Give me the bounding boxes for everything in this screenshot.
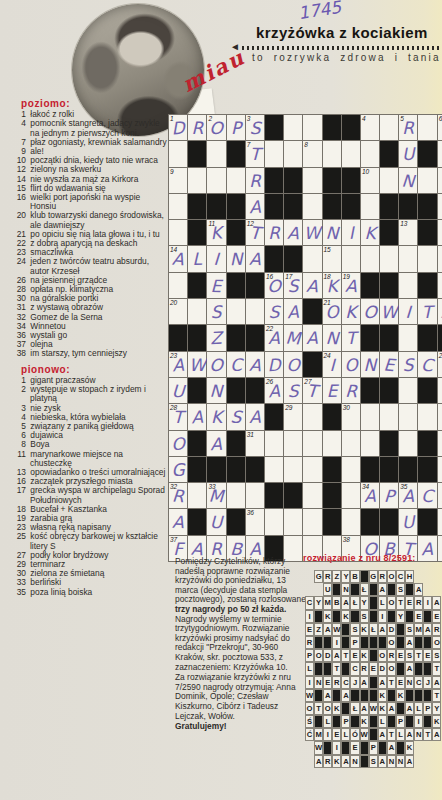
grid-cell[interactable] bbox=[438, 141, 442, 166]
grid-cell[interactable] bbox=[265, 457, 283, 482]
solution-cell: A bbox=[378, 583, 387, 596]
grid-cell[interactable]: P bbox=[380, 483, 398, 508]
handwritten-letter: D bbox=[265, 353, 284, 376]
grid-cell[interactable] bbox=[284, 457, 302, 482]
grid-cell[interactable] bbox=[265, 509, 283, 534]
solution-cell: K bbox=[360, 715, 369, 728]
grid-cell[interactable] bbox=[418, 168, 436, 193]
grid-cell[interactable]: U bbox=[169, 378, 187, 403]
down-clue-35: 35 poza linią boiska bbox=[13, 588, 167, 597]
grid-cell[interactable]: A bbox=[246, 194, 264, 219]
grid-cell[interactable]: A bbox=[246, 246, 264, 271]
grid-cell[interactable]: J bbox=[438, 431, 442, 456]
grid-cell[interactable]: 26A bbox=[265, 378, 283, 403]
cell-number: 12 bbox=[247, 220, 254, 227]
grid-cell-black bbox=[207, 194, 225, 219]
grid-cell[interactable]: 1D bbox=[169, 115, 187, 140]
grid-cell[interactable]: L bbox=[188, 246, 206, 271]
grid-cell[interactable]: 3S bbox=[246, 115, 264, 140]
grid-cell[interactable]: O bbox=[284, 352, 302, 377]
across-clue-24: 24 jeden z twórców teatru absurdu, autor… bbox=[13, 257, 167, 275]
grid-cell[interactable]: 2O bbox=[207, 115, 225, 140]
grid-cell[interactable]: W bbox=[303, 220, 321, 245]
grid-cell[interactable]: 30 bbox=[342, 404, 360, 429]
solution-cell: K bbox=[405, 741, 414, 754]
solution-cell-empty bbox=[432, 741, 441, 754]
grid-cell-black bbox=[418, 220, 436, 245]
handwritten-letter: A bbox=[303, 274, 322, 297]
grid-cell[interactable]: Z bbox=[438, 483, 442, 508]
solution-cell-empty bbox=[432, 570, 441, 583]
grid-cell[interactable] bbox=[303, 194, 321, 219]
cell-number: 27 bbox=[304, 378, 311, 385]
grid-cell[interactable] bbox=[227, 299, 245, 324]
handwritten-letter: K bbox=[207, 406, 225, 428]
solution-cell-black bbox=[396, 662, 405, 675]
grid-cell-black bbox=[227, 325, 245, 350]
solution-cell: S bbox=[405, 649, 414, 662]
solution-cell: K bbox=[360, 623, 369, 636]
grid-cell[interactable]: R bbox=[246, 168, 264, 193]
grid-cell[interactable] bbox=[380, 115, 398, 140]
solution-cell-empty bbox=[423, 755, 432, 768]
grid-cell-black bbox=[188, 431, 206, 456]
grid-cell[interactable] bbox=[303, 115, 321, 140]
grid-cell[interactable]: I bbox=[399, 299, 417, 324]
grid-cell[interactable] bbox=[284, 509, 302, 534]
grid-cell[interactable]: A bbox=[188, 404, 206, 429]
clue-number: 11 bbox=[13, 450, 26, 459]
grid-cell[interactable] bbox=[438, 246, 442, 271]
grid-cell[interactable]: O bbox=[342, 352, 360, 377]
solution-cell: T bbox=[432, 689, 441, 702]
handwritten-letter: S bbox=[284, 380, 302, 402]
grid-cell[interactable] bbox=[169, 220, 187, 245]
solution-cell-black bbox=[369, 636, 378, 649]
down-clue-17: 17 grecka wyspa w archipelagu Sporad Poł… bbox=[13, 486, 167, 504]
grid-cell-black bbox=[342, 168, 360, 193]
grid-cell[interactable] bbox=[303, 404, 321, 429]
grid-cell[interactable] bbox=[342, 509, 360, 534]
solution-cell: A bbox=[378, 755, 387, 768]
grid-cell[interactable]: 17S bbox=[284, 273, 302, 298]
grid-cell[interactable] bbox=[303, 431, 321, 456]
grid-cell[interactable] bbox=[380, 168, 398, 193]
solution-cell: M bbox=[323, 596, 332, 609]
solution-cell: T bbox=[423, 728, 432, 741]
grid-cell[interactable]: G bbox=[169, 457, 187, 482]
grid-cell-black bbox=[284, 194, 302, 219]
solution-cell: O bbox=[387, 636, 396, 649]
solution-cell-black bbox=[387, 689, 396, 702]
grid-cell[interactable] bbox=[399, 273, 417, 298]
grid-cell[interactable]: 4 bbox=[361, 115, 379, 140]
grid-cell[interactable] bbox=[361, 141, 379, 166]
handwritten-letter: C bbox=[418, 485, 437, 508]
grid-cell[interactable]: C bbox=[227, 352, 245, 377]
grid-cell-black bbox=[380, 141, 398, 166]
grid-cell[interactable]: U bbox=[207, 509, 225, 534]
grid-cell[interactable] bbox=[438, 273, 442, 298]
handwritten-letter: C bbox=[418, 353, 437, 376]
solution-cell-black bbox=[360, 755, 369, 768]
solution-cell: A bbox=[405, 636, 414, 649]
grid-cell[interactable]: E bbox=[380, 352, 398, 377]
solution-cell: E bbox=[369, 662, 378, 675]
grid-cell[interactable] bbox=[438, 168, 442, 193]
grid-cell[interactable] bbox=[399, 431, 417, 456]
grid-cell[interactable]: C bbox=[418, 483, 436, 508]
handwritten-letter: K bbox=[342, 301, 360, 323]
solution-cell: Y bbox=[360, 596, 369, 609]
grid-cell[interactable]: S bbox=[284, 378, 302, 403]
solution-cell: L bbox=[305, 662, 314, 675]
handwritten-letter: O bbox=[207, 353, 227, 376]
down-clue-2: 2 występuje w stopach z irydem i platyną bbox=[13, 385, 167, 403]
grid-cell[interactable]: Y bbox=[438, 509, 442, 534]
solution-cell: I bbox=[332, 741, 341, 754]
handwritten-letter: P bbox=[226, 117, 245, 139]
solution-cell: T bbox=[387, 676, 396, 689]
grid-cell[interactable]: A bbox=[207, 431, 225, 456]
grid-cell[interactable]: 24I bbox=[323, 352, 341, 377]
grid-cell[interactable] bbox=[303, 509, 321, 534]
grid-cell[interactable]: P bbox=[227, 115, 245, 140]
solution-cell: K bbox=[378, 702, 387, 715]
grid-cell[interactable]: W bbox=[380, 299, 398, 324]
grid-cell[interactable] bbox=[399, 378, 417, 403]
solution-cell-black bbox=[350, 689, 359, 702]
grid-cell[interactable]: 22A bbox=[265, 325, 283, 350]
solution-cell: S bbox=[360, 610, 369, 623]
grid-cell[interactable] bbox=[207, 141, 225, 166]
handwritten-letter: M bbox=[283, 327, 303, 350]
grid-cell[interactable] bbox=[303, 483, 321, 508]
grid-cell[interactable]: 13 bbox=[399, 220, 417, 245]
grid-cell-black bbox=[323, 194, 341, 219]
grid-cell-black bbox=[380, 378, 398, 403]
grid-cell-black bbox=[323, 404, 341, 429]
solution-cell: O bbox=[387, 570, 396, 583]
grid-cell[interactable] bbox=[169, 141, 187, 166]
solution-cell: Y bbox=[432, 702, 441, 715]
grid-cell[interactable]: 31 bbox=[246, 431, 264, 456]
grid-cell-black bbox=[246, 378, 264, 403]
grid-cell[interactable]: 32R bbox=[169, 483, 187, 508]
solution-cell-black bbox=[378, 741, 387, 754]
grid-cell[interactable]: 27T bbox=[303, 378, 321, 403]
cell-number: 5 bbox=[400, 115, 404, 122]
grid-cell[interactable]: 16O bbox=[265, 273, 283, 298]
grid-cell[interactable]: 35A bbox=[399, 483, 417, 508]
cell-number: 35 bbox=[400, 483, 407, 490]
solution-cell: W bbox=[332, 623, 341, 636]
grid-cell[interactable]: T bbox=[342, 325, 360, 350]
grid-cell[interactable] bbox=[169, 194, 187, 219]
grid-cell[interactable]: A bbox=[246, 352, 264, 377]
solution-cell-black bbox=[387, 610, 396, 623]
congratulations-text: Gratulujemy! bbox=[175, 722, 308, 732]
handwritten-letter: N bbox=[226, 248, 245, 271]
across-clue-4: 4 pomocnik stangreta, jadący zwykle na j… bbox=[13, 119, 167, 137]
solution-grid: GRZYBGROCHUNŁASACYMBAŁYLOTERIAIKKSIYEEEZ… bbox=[305, 570, 441, 768]
grid-cell[interactable] bbox=[188, 299, 206, 324]
solution-cell: C bbox=[350, 662, 359, 675]
handwritten-letter: R bbox=[265, 222, 284, 244]
solution-cell: O bbox=[387, 662, 396, 675]
grid-cell[interactable] bbox=[342, 246, 360, 271]
grid-cell[interactable] bbox=[342, 483, 360, 508]
grid-cell[interactable]: 15 bbox=[323, 246, 341, 271]
grid-cell[interactable]: A bbox=[284, 299, 302, 324]
grid-cell[interactable] bbox=[188, 168, 206, 193]
grid-cell[interactable] bbox=[227, 483, 245, 508]
grid-cell[interactable] bbox=[246, 299, 264, 324]
grid-cell[interactable]: 29 bbox=[284, 404, 302, 429]
solution-cell: P bbox=[341, 715, 350, 728]
prize-text-winners: Za rozwiązanie krzyżówki z nru 7/2590 na… bbox=[175, 673, 308, 721]
grid-cell[interactable] bbox=[227, 168, 245, 193]
grid-cell[interactable] bbox=[380, 246, 398, 271]
grid-cell[interactable] bbox=[438, 220, 442, 245]
grid-cell[interactable] bbox=[418, 115, 436, 140]
solution-cell: P bbox=[423, 702, 432, 715]
grid-cell[interactable]: O bbox=[207, 352, 225, 377]
grid-cell[interactable] bbox=[284, 141, 302, 166]
grid-cell[interactable] bbox=[303, 246, 321, 271]
grid-cell-black bbox=[265, 194, 283, 219]
grid-cell[interactable] bbox=[188, 483, 206, 508]
grid-cell[interactable]: K bbox=[342, 299, 360, 324]
grid-cell[interactable] bbox=[342, 431, 360, 456]
handwritten-letter: U bbox=[399, 511, 419, 534]
solution-cell: E bbox=[350, 741, 359, 754]
grid-cell[interactable]: N bbox=[323, 325, 341, 350]
grid-cell[interactable] bbox=[265, 431, 283, 456]
grid-cell[interactable] bbox=[323, 431, 341, 456]
grid-cell-black bbox=[227, 509, 245, 534]
grid-cell[interactable] bbox=[207, 168, 225, 193]
grid-cell-black bbox=[323, 483, 341, 508]
grid-cell[interactable]: 14A bbox=[169, 246, 187, 271]
dotted-divider bbox=[242, 46, 440, 50]
solution-cell-black bbox=[369, 610, 378, 623]
solution-cell: Ł bbox=[360, 583, 369, 596]
solution-cell-black bbox=[314, 662, 323, 675]
grid-cell-black bbox=[188, 194, 206, 219]
grid-cell[interactable]: K bbox=[361, 220, 379, 245]
solution-cell-black bbox=[314, 610, 323, 623]
grid-cell-black bbox=[323, 457, 341, 482]
grid-cell[interactable]: E bbox=[323, 378, 341, 403]
solution-cell: A bbox=[414, 583, 423, 596]
grid-cell[interactable]: 28T bbox=[169, 404, 187, 429]
handwritten-issue-number: 1745 bbox=[297, 0, 343, 23]
grid-cell[interactable] bbox=[399, 246, 417, 271]
grid-cell[interactable]: D bbox=[265, 352, 283, 377]
grid-cell-black bbox=[265, 483, 283, 508]
grid-cell[interactable]: R bbox=[188, 115, 206, 140]
solution-cell: D bbox=[387, 623, 396, 636]
grid-cell[interactable]: 8 bbox=[303, 141, 321, 166]
grid-cell[interactable]: A bbox=[169, 509, 187, 534]
grid-cell[interactable]: 34A bbox=[361, 483, 379, 508]
grid-cell[interactable]: N bbox=[227, 246, 245, 271]
grid-cell[interactable] bbox=[303, 457, 321, 482]
grid-cell[interactable] bbox=[246, 483, 264, 508]
handwritten-letter: A bbox=[169, 511, 188, 534]
handwritten-letter: J bbox=[437, 432, 442, 454]
cell-number: 18 bbox=[324, 273, 331, 280]
grid-cell[interactable]: I bbox=[207, 246, 225, 271]
grid-cell-black bbox=[380, 220, 398, 245]
grid-cell[interactable] bbox=[284, 431, 302, 456]
grid-cell-black bbox=[361, 457, 379, 482]
grid-cell[interactable] bbox=[361, 404, 379, 429]
grid-cell[interactable]: 20 bbox=[169, 299, 187, 324]
cell-number: 21 bbox=[324, 299, 331, 306]
grid-cell[interactable]: E bbox=[207, 273, 225, 298]
grid-cell[interactable]: 12T bbox=[246, 220, 264, 245]
grid-cell[interactable]: 25O bbox=[438, 352, 442, 377]
grid-cell[interactable]: 9 bbox=[169, 168, 187, 193]
grid-cell[interactable] bbox=[265, 141, 283, 166]
solution-cell: N bbox=[414, 728, 423, 741]
grid-cell[interactable]: A bbox=[303, 325, 321, 350]
solution-cell-black bbox=[332, 610, 341, 623]
grid-cell[interactable]: 11K bbox=[207, 220, 225, 245]
grid-cell[interactable]: C bbox=[438, 457, 442, 482]
grid-cell[interactable] bbox=[399, 325, 417, 350]
page-title: krzyżówka z kociakiem bbox=[256, 24, 440, 41]
crossword-grid: 1DR2OP3S45R67T8U9R10NA11K12TRAWNIK1314AL… bbox=[168, 114, 442, 562]
grid-cell[interactable]: N bbox=[399, 168, 417, 193]
handwritten-letter: A bbox=[245, 353, 264, 376]
grid-cell[interactable]: N bbox=[361, 352, 379, 377]
handwritten-letter: O bbox=[169, 432, 188, 454]
grid-cell[interactable]: A bbox=[246, 404, 264, 429]
grid-cell[interactable]: 21O bbox=[323, 299, 341, 324]
grid-cell[interactable]: U bbox=[399, 141, 417, 166]
handwritten-letter: W bbox=[380, 301, 399, 323]
solution-cell-black bbox=[423, 610, 432, 623]
grid-cell[interactable] bbox=[169, 273, 187, 298]
grid-cell[interactable]: C bbox=[418, 352, 436, 377]
solution-cell: O bbox=[378, 649, 387, 662]
grid-cell[interactable] bbox=[361, 194, 379, 219]
grid-cell[interactable]: 6 bbox=[438, 115, 442, 140]
solution-cell: C bbox=[341, 676, 350, 689]
handwritten-letter: E bbox=[322, 380, 341, 402]
handwritten-letter: U bbox=[399, 143, 418, 166]
handwritten-letter: W bbox=[303, 222, 322, 245]
grid-cell[interactable]: 10 bbox=[361, 168, 379, 193]
grid-cell[interactable]: S bbox=[207, 299, 225, 324]
grid-cell[interactable] bbox=[303, 168, 321, 193]
grid-cell[interactable]: A bbox=[284, 220, 302, 245]
grid-cell[interactable]: I bbox=[342, 220, 360, 245]
solution-cell: R bbox=[414, 596, 423, 609]
grid-cell[interactable] bbox=[418, 246, 436, 271]
cell-number: 24 bbox=[324, 352, 331, 359]
grid-cell[interactable]: S bbox=[265, 299, 283, 324]
grid-cell[interactable] bbox=[438, 404, 442, 429]
solution-cell: K bbox=[360, 649, 369, 662]
grid-cell[interactable]: 36 bbox=[246, 509, 264, 534]
handwritten-letter: O bbox=[360, 300, 380, 323]
grid-cell[interactable]: O bbox=[169, 431, 187, 456]
grid-cell-black bbox=[361, 509, 379, 534]
grid-cell[interactable]: 5R bbox=[399, 115, 417, 140]
grid-cell[interactable] bbox=[342, 457, 360, 482]
grid-cell[interactable]: R bbox=[342, 378, 360, 403]
solution-cell: A bbox=[378, 676, 387, 689]
grid-cell-black bbox=[418, 273, 436, 298]
grid-cell[interactable] bbox=[361, 431, 379, 456]
grid-cell[interactable] bbox=[399, 404, 417, 429]
grid-cell[interactable]: A bbox=[438, 299, 442, 324]
grid-cell[interactable] bbox=[380, 404, 398, 429]
solution-cell: T bbox=[332, 662, 341, 675]
grid-cell[interactable]: U bbox=[399, 509, 417, 534]
grid-cell[interactable]: B bbox=[438, 378, 442, 403]
grid-cell[interactable]: A bbox=[303, 273, 321, 298]
grid-cell[interactable]: 18K bbox=[323, 273, 341, 298]
solution-cell: A bbox=[405, 662, 414, 675]
handwritten-letter: A bbox=[303, 327, 322, 349]
grid-cell[interactable]: O bbox=[361, 299, 379, 324]
grid-cell[interactable] bbox=[361, 246, 379, 271]
grid-cell[interactable]: N bbox=[323, 220, 341, 245]
cell-number: 8 bbox=[304, 141, 308, 148]
grid-cell[interactable]: N bbox=[207, 378, 225, 403]
grid-cell[interactable] bbox=[284, 115, 302, 140]
grid-cell[interactable]: S bbox=[227, 404, 245, 429]
grid-cell[interactable]: M bbox=[284, 325, 302, 350]
cell-number: 23 bbox=[170, 352, 177, 359]
cell-number: 22 bbox=[266, 325, 273, 332]
grid-cell-black bbox=[361, 273, 379, 298]
solution-cell: A bbox=[432, 728, 441, 741]
grid-cell[interactable]: 7T bbox=[246, 141, 264, 166]
grid-cell[interactable]: S bbox=[399, 352, 417, 377]
clue-number: 16 bbox=[13, 193, 26, 202]
solution-cell: A bbox=[378, 623, 387, 636]
grid-cell-black bbox=[380, 194, 398, 219]
grid-cell[interactable]: 19A bbox=[342, 273, 360, 298]
grid-cell[interactable]: T bbox=[418, 299, 436, 324]
solution-cell: R bbox=[323, 570, 332, 583]
grid-cell[interactable]: 23A bbox=[169, 352, 187, 377]
solution-cell: C bbox=[305, 596, 314, 609]
grid-cell[interactable]: K bbox=[207, 404, 225, 429]
grid-cell[interactable]: 33M bbox=[207, 483, 225, 508]
cell-number: 10 bbox=[362, 168, 369, 175]
grid-cell[interactable] bbox=[342, 141, 360, 166]
solution-cell: A bbox=[387, 741, 396, 754]
solution-cell: L bbox=[378, 596, 387, 609]
grid-cell[interactable] bbox=[323, 141, 341, 166]
grid-cell[interactable]: W bbox=[188, 352, 206, 377]
solution-cell: K bbox=[396, 689, 405, 702]
grid-cell[interactable]: Z bbox=[207, 325, 225, 350]
solution-cell-empty bbox=[314, 583, 323, 596]
grid-cell-black bbox=[418, 378, 436, 403]
grid-cell[interactable] bbox=[438, 194, 442, 219]
handwritten-letter: A bbox=[207, 432, 226, 455]
grid-cell[interactable] bbox=[418, 404, 436, 429]
grid-cell[interactable]: R bbox=[265, 220, 283, 245]
